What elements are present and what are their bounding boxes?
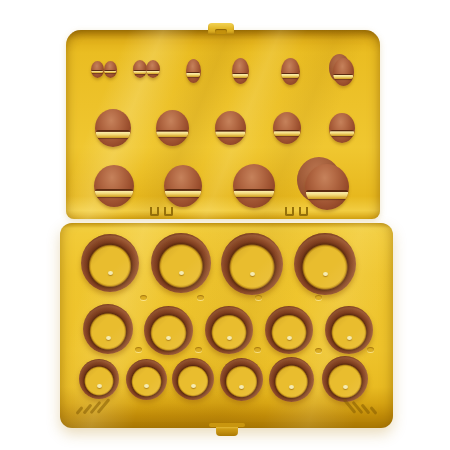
oring-edge-view <box>91 61 104 78</box>
slot-opening <box>146 70 159 74</box>
lid-rings-layer <box>66 30 380 219</box>
oring-stack-well <box>269 357 314 402</box>
oring-stack-well <box>79 359 119 399</box>
well-floor-hole <box>287 336 292 340</box>
well-floor-hole <box>227 336 232 340</box>
oring-edge-view <box>232 58 249 84</box>
well-floor-hole <box>166 336 171 340</box>
oring-stack-well <box>151 233 211 293</box>
slot-opening <box>91 70 103 73</box>
tray-dimple <box>140 295 147 300</box>
well-floor-hole <box>191 384 196 388</box>
hinge-right-icon <box>285 207 308 216</box>
slot-opening <box>306 190 348 199</box>
oring-edge-view <box>215 111 246 145</box>
tray-dimple <box>367 347 374 352</box>
oring-stack-well <box>265 306 313 354</box>
well-floor-hole <box>108 271 113 275</box>
oring-edge-view <box>104 61 117 78</box>
base-latch-tab <box>216 426 238 436</box>
well-floor-hole <box>97 384 102 388</box>
oring-edge-view <box>281 58 300 85</box>
slot-opening <box>215 130 245 137</box>
hinge-left-icon <box>150 207 173 216</box>
tray-dimple <box>135 347 142 352</box>
oring-stack-well <box>325 306 373 354</box>
oring-stack-well <box>205 306 253 354</box>
grip-ribs-right <box>339 395 379 415</box>
oring-edge-view <box>305 164 349 210</box>
well-floor-hole <box>179 271 184 275</box>
oring-stack-well <box>221 233 283 295</box>
slot-opening <box>133 70 146 74</box>
slot-opening <box>96 130 131 138</box>
slot-opening <box>232 73 248 78</box>
case-lid <box>66 30 380 219</box>
oring-edge-view <box>156 110 189 146</box>
oring-stack-well <box>172 358 214 400</box>
oring-kit-scene <box>0 0 450 450</box>
oring-stack-well <box>83 304 133 354</box>
slot-opening <box>234 189 274 198</box>
well-floor-hole <box>239 385 244 389</box>
well-floor-hole <box>289 385 294 389</box>
slot-opening <box>165 189 201 197</box>
tray-dimple <box>195 347 202 352</box>
tray-dimple <box>255 295 262 300</box>
slot-opening <box>333 74 353 80</box>
tray-dimple <box>197 295 204 300</box>
tray-dimple <box>315 295 322 300</box>
oring-edge-view <box>233 164 275 208</box>
case-base <box>60 223 393 428</box>
well-floor-hole <box>144 384 149 388</box>
well-floor-hole <box>323 272 328 276</box>
oring-stack-well <box>126 359 167 400</box>
oring-stack-well <box>144 306 193 355</box>
well-floor-hole <box>343 385 348 389</box>
oring-edge-view <box>333 58 354 86</box>
slot-opening <box>95 189 133 197</box>
oring-edge-view <box>186 59 201 83</box>
oring-edge-view <box>164 165 202 207</box>
slot-opening <box>281 73 299 78</box>
slot-opening <box>330 130 355 136</box>
oring-edge-view <box>146 60 160 78</box>
oring-stack-well <box>81 234 139 292</box>
well-floor-hole <box>106 336 111 340</box>
slot-opening <box>104 70 116 73</box>
oring-edge-view <box>329 113 355 143</box>
oring-stack-well <box>220 358 263 401</box>
slot-opening <box>274 130 301 136</box>
slot-opening <box>156 130 188 137</box>
grip-ribs-left <box>74 395 114 415</box>
oring-edge-view <box>95 109 131 147</box>
tray-dimple <box>315 348 322 353</box>
oring-edge-view <box>94 165 134 207</box>
oring-edge-view <box>133 60 147 78</box>
slot-opening <box>186 72 200 77</box>
oring-stack-well <box>294 233 356 295</box>
oring-edge-view <box>273 112 301 144</box>
tray-dimple <box>254 347 261 352</box>
well-floor-hole <box>347 336 352 340</box>
well-floor-hole <box>250 272 255 276</box>
